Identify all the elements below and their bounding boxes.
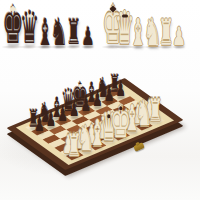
crown-finial <box>67 91 71 95</box>
queen-finial <box>122 15 128 18</box>
piece-dark-pawn-c7: ♟ <box>57 104 67 126</box>
queen-finial <box>27 15 33 18</box>
product-photo: ♚♛♝♞♜♟ ♚♛♝♞♜♟ ♜♞♝♛♚♝♞♜♟♟♟♟♟♟♟♟♟♟♟♟♟♟♟♟♜♞… <box>0 0 200 200</box>
display-piece-dark-rook: ♜ <box>66 16 81 51</box>
piece-dark-pawn-a7: ♟ <box>34 114 44 136</box>
brass-clasp-icon <box>133 142 145 152</box>
piece-light-rook-h1: ♜ <box>148 96 163 127</box>
piece-dark-pawn-b7: ♟ <box>46 109 56 131</box>
crown-finial <box>78 84 82 88</box>
crown-finial <box>119 106 123 110</box>
display-piece-light-pawn: ♟ <box>172 25 185 51</box>
display-piece-dark-pawn: ♟ <box>81 25 94 51</box>
crown-finial <box>107 114 111 118</box>
